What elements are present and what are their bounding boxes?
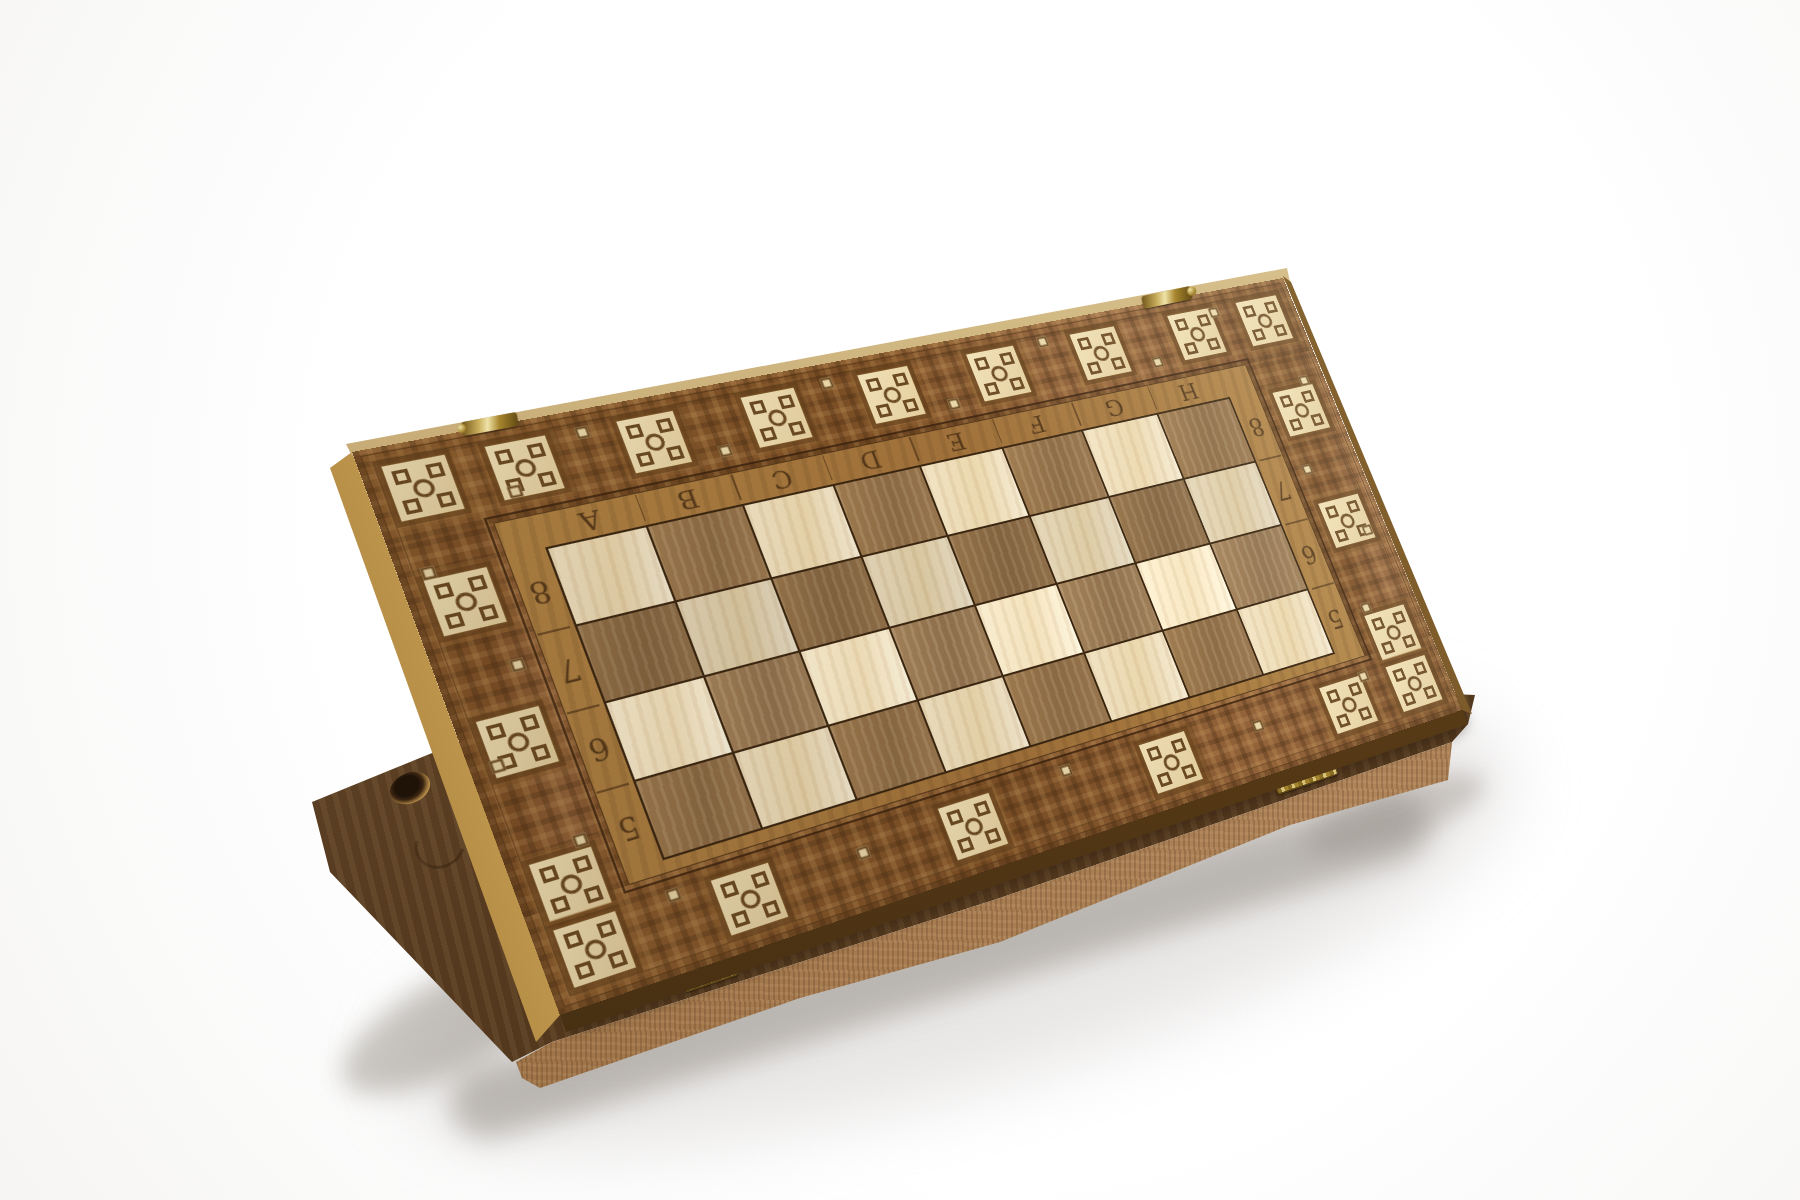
product-photo-stage: ABCDEFGH88776655 xyxy=(0,0,1800,1200)
clasp-knob-icon xyxy=(457,424,468,435)
